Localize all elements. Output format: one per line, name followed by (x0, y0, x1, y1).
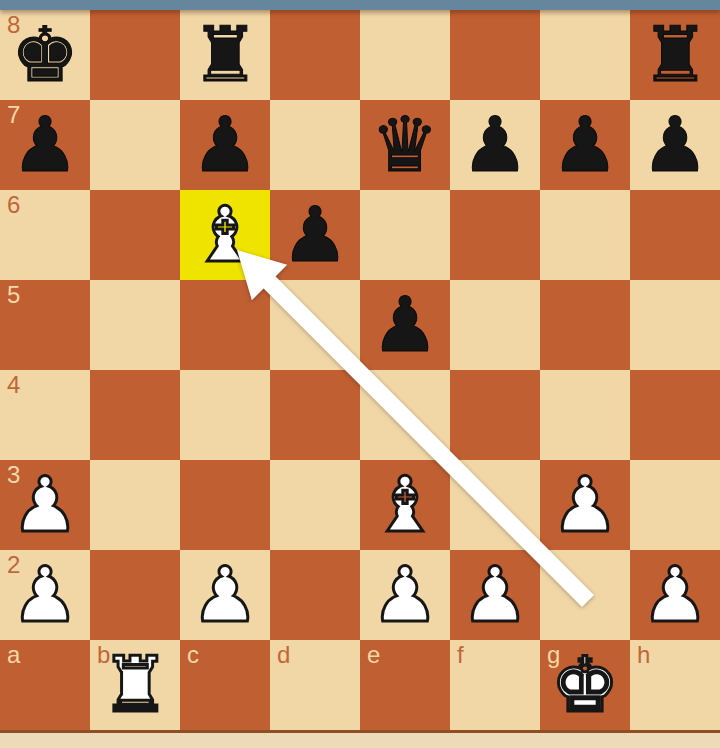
black-pawn[interactable]: ♟ (461, 100, 529, 190)
chess-board-wrap: 8♚♜♜7♟♟♛♟♟♟6♝♟5♟43♟♝♟2♟♟♟♟♟ab♜cdefg♚h (0, 10, 720, 730)
square-g3[interactable]: ♟ (540, 460, 630, 550)
white-pawn[interactable]: ♟ (191, 550, 259, 640)
square-h2[interactable]: ♟ (630, 550, 720, 640)
black-pawn[interactable]: ♟ (11, 100, 79, 190)
white-pawn[interactable]: ♟ (11, 550, 79, 640)
square-h6[interactable] (630, 190, 720, 280)
square-c4[interactable] (180, 370, 270, 460)
coord-label-a: a (7, 643, 20, 667)
square-d5[interactable] (270, 280, 360, 370)
square-f8[interactable] (450, 10, 540, 100)
square-h7[interactable]: ♟ (630, 100, 720, 190)
white-bishop[interactable]: ♝ (191, 190, 259, 280)
black-queen[interactable]: ♛ (371, 100, 439, 190)
square-g5[interactable] (540, 280, 630, 370)
square-d4[interactable] (270, 370, 360, 460)
square-h8[interactable]: ♜ (630, 10, 720, 100)
square-d7[interactable] (270, 100, 360, 190)
square-b6[interactable] (90, 190, 180, 280)
bottom-bar (0, 730, 720, 748)
black-rook[interactable]: ♜ (191, 10, 259, 100)
square-g6[interactable] (540, 190, 630, 280)
square-b2[interactable] (90, 550, 180, 640)
square-e4[interactable] (360, 370, 450, 460)
white-rook[interactable]: ♜ (101, 640, 169, 730)
white-pawn[interactable]: ♟ (641, 550, 709, 640)
square-g1[interactable]: g♚ (540, 640, 630, 730)
black-pawn[interactable]: ♟ (191, 100, 259, 190)
square-g2[interactable] (540, 550, 630, 640)
square-a5[interactable]: 5 (0, 280, 90, 370)
square-e8[interactable] (360, 10, 450, 100)
black-pawn[interactable]: ♟ (641, 100, 709, 190)
square-e7[interactable]: ♛ (360, 100, 450, 190)
square-c2[interactable]: ♟ (180, 550, 270, 640)
square-e1[interactable]: e (360, 640, 450, 730)
coord-label-h: h (637, 643, 650, 667)
square-h4[interactable] (630, 370, 720, 460)
square-a6[interactable]: 6 (0, 190, 90, 280)
black-pawn[interactable]: ♟ (551, 100, 619, 190)
square-g8[interactable] (540, 10, 630, 100)
square-c7[interactable]: ♟ (180, 100, 270, 190)
square-b5[interactable] (90, 280, 180, 370)
square-a3[interactable]: 3♟ (0, 460, 90, 550)
coord-label-f: f (457, 643, 464, 667)
square-c3[interactable] (180, 460, 270, 550)
square-b1[interactable]: b♜ (90, 640, 180, 730)
square-e3[interactable]: ♝ (360, 460, 450, 550)
chess-board[interactable]: 8♚♜♜7♟♟♛♟♟♟6♝♟5♟43♟♝♟2♟♟♟♟♟ab♜cdefg♚h (0, 10, 720, 730)
square-a7[interactable]: 7♟ (0, 100, 90, 190)
coord-label-e: e (367, 643, 380, 667)
square-d1[interactable]: d (270, 640, 360, 730)
coord-label-d: d (277, 643, 290, 667)
black-king[interactable]: ♚ (11, 10, 79, 100)
white-king[interactable]: ♚ (551, 640, 619, 730)
square-e5[interactable]: ♟ (360, 280, 450, 370)
square-a4[interactable]: 4 (0, 370, 90, 460)
white-pawn[interactable]: ♟ (461, 550, 529, 640)
square-d2[interactable] (270, 550, 360, 640)
square-f3[interactable] (450, 460, 540, 550)
square-g4[interactable] (540, 370, 630, 460)
square-c1[interactable]: c (180, 640, 270, 730)
black-rook[interactable]: ♜ (641, 10, 709, 100)
coord-label-4: 4 (7, 373, 20, 397)
white-pawn[interactable]: ♟ (371, 550, 439, 640)
square-h3[interactable] (630, 460, 720, 550)
square-f2[interactable]: ♟ (450, 550, 540, 640)
square-b7[interactable] (90, 100, 180, 190)
square-c8[interactable]: ♜ (180, 10, 270, 100)
black-pawn[interactable]: ♟ (281, 190, 349, 280)
black-pawn[interactable]: ♟ (371, 280, 439, 370)
square-a8[interactable]: 8♚ (0, 10, 90, 100)
square-f7[interactable]: ♟ (450, 100, 540, 190)
square-d8[interactable] (270, 10, 360, 100)
coord-label-c: c (187, 643, 199, 667)
square-d3[interactable] (270, 460, 360, 550)
square-h1[interactable]: h (630, 640, 720, 730)
square-a2[interactable]: 2♟ (0, 550, 90, 640)
top-bar (0, 0, 720, 10)
square-e2[interactable]: ♟ (360, 550, 450, 640)
square-c5[interactable] (180, 280, 270, 370)
square-f1[interactable]: f (450, 640, 540, 730)
square-b8[interactable] (90, 10, 180, 100)
white-pawn[interactable]: ♟ (11, 460, 79, 550)
coord-label-6: 6 (7, 193, 20, 217)
square-f6[interactable] (450, 190, 540, 280)
square-h5[interactable] (630, 280, 720, 370)
square-f5[interactable] (450, 280, 540, 370)
square-b4[interactable] (90, 370, 180, 460)
coord-label-5: 5 (7, 283, 20, 307)
white-bishop[interactable]: ♝ (371, 460, 439, 550)
square-g7[interactable]: ♟ (540, 100, 630, 190)
square-d6[interactable]: ♟ (270, 190, 360, 280)
square-b3[interactable] (90, 460, 180, 550)
white-pawn[interactable]: ♟ (551, 460, 619, 550)
square-c6[interactable]: ♝ (180, 190, 270, 280)
square-f4[interactable] (450, 370, 540, 460)
square-a1[interactable]: a (0, 640, 90, 730)
square-e6[interactable] (360, 190, 450, 280)
